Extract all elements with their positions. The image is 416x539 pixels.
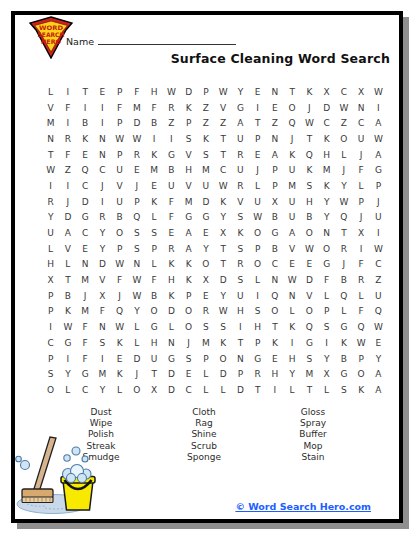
grid-cell: O xyxy=(146,304,163,320)
grid-cell: S xyxy=(215,319,232,335)
grid-cell: T xyxy=(215,241,232,257)
grid-cell: G xyxy=(146,319,163,335)
grid-cell: C xyxy=(94,162,111,178)
grid-cell: Y xyxy=(318,210,335,226)
grid-cell: P xyxy=(266,162,283,178)
grid-cell: G xyxy=(335,319,352,335)
grid-cell: Z xyxy=(59,162,76,178)
grid-cell: C xyxy=(180,382,197,398)
grid-cell: M xyxy=(128,100,145,116)
word-list-item: Gloss xyxy=(263,407,363,418)
grid-cell: P xyxy=(232,366,249,382)
grid-cell: O xyxy=(284,100,301,116)
grid-cell: K xyxy=(284,319,301,335)
grid-cell: M xyxy=(42,115,59,131)
grid-cell: P xyxy=(180,288,197,304)
grid-cell: U xyxy=(284,210,301,226)
grid-cell: D xyxy=(128,115,145,131)
grid-cell: E xyxy=(163,225,180,241)
word-list-column-3: GlossSprayBufferMopStain xyxy=(263,407,363,463)
word-list-item: Spray xyxy=(263,418,363,429)
grid-cell: E xyxy=(249,84,266,100)
grid-cell: K xyxy=(146,147,163,163)
grid-cell: K xyxy=(197,131,214,147)
grid-cell: W xyxy=(370,131,387,147)
grid-cell: D xyxy=(77,194,94,210)
grid-cell: D xyxy=(232,382,249,398)
grid-cell: N xyxy=(232,351,249,367)
grid-cell: C xyxy=(42,335,59,351)
grid-cell: L xyxy=(111,382,128,398)
grid-cell: S xyxy=(42,366,59,382)
name-label: Name xyxy=(66,36,94,47)
grid-cell: G xyxy=(301,335,318,351)
grid-cell: W xyxy=(335,100,352,116)
grid-cell: P xyxy=(353,194,370,210)
grid-cell: K xyxy=(111,335,128,351)
grid-cell: T xyxy=(249,115,266,131)
grid-cell: C xyxy=(77,225,94,241)
grid-cell: S xyxy=(146,225,163,241)
grid-cell: D xyxy=(163,382,180,398)
grid-cell: L xyxy=(128,335,145,351)
grid-cell: O xyxy=(180,319,197,335)
grid-cell: W xyxy=(215,84,232,100)
grid-cell: O xyxy=(111,225,128,241)
grid-cell: K xyxy=(163,257,180,273)
grid-cell: J xyxy=(111,288,128,304)
grid-cell: K xyxy=(335,335,352,351)
grid-cell: A xyxy=(370,382,387,398)
grid-cell: K xyxy=(180,257,197,273)
grid-cell: C xyxy=(318,115,335,131)
grid-cell: S xyxy=(197,147,214,163)
grid-cell: J xyxy=(94,178,111,194)
grid-cell: J xyxy=(370,194,387,210)
grid-cell: G xyxy=(370,162,387,178)
grid-cell: X xyxy=(94,288,111,304)
grid-cell: I xyxy=(94,115,111,131)
grid-cell: I xyxy=(77,100,94,116)
grid-cell: W xyxy=(249,210,266,226)
grid-cell: T xyxy=(215,131,232,147)
grid-cell: L xyxy=(146,257,163,273)
grid-cell: M xyxy=(94,366,111,382)
grid-cell: U xyxy=(370,210,387,226)
grid-cell: U xyxy=(370,288,387,304)
grid-cell: P xyxy=(249,335,266,351)
grid-cell: M xyxy=(197,335,214,351)
grid-cell: Y xyxy=(318,194,335,210)
grid-cell: N xyxy=(42,131,59,147)
grid-cell: T xyxy=(77,84,94,100)
grid-cell: L xyxy=(353,288,370,304)
grid-cell: X xyxy=(353,84,370,100)
grid-cell: B xyxy=(111,210,128,226)
grid-cell: W xyxy=(215,178,232,194)
grid-cell: T xyxy=(215,147,232,163)
grid-cell: T xyxy=(301,382,318,398)
grid-cell: E xyxy=(197,288,214,304)
grid-cell: Z xyxy=(215,115,232,131)
grid-cell: H xyxy=(232,304,249,320)
grid-cell: H xyxy=(146,84,163,100)
grid-cell: D xyxy=(197,194,214,210)
grid-cell: D xyxy=(94,257,111,273)
grid-cell: D xyxy=(128,351,145,367)
grid-cell: U xyxy=(232,288,249,304)
grid-cell: N xyxy=(128,257,145,273)
grid-cell: S xyxy=(180,131,197,147)
grid-cell: R xyxy=(59,131,76,147)
word-list-item: Scrub xyxy=(154,441,254,452)
grid-cell: U xyxy=(42,225,59,241)
grid-cell: Q xyxy=(77,162,94,178)
grid-cell: T xyxy=(59,272,76,288)
grid-cell: D xyxy=(215,272,232,288)
grid-cell: E xyxy=(197,225,214,241)
grid-cell: E xyxy=(146,178,163,194)
grid-cell: Y xyxy=(335,178,352,194)
grid-cell: I xyxy=(232,319,249,335)
grid-cell: L xyxy=(146,210,163,226)
grid-cell: P xyxy=(42,288,59,304)
grid-cell: D xyxy=(215,366,232,382)
grid-cell: P xyxy=(111,241,128,257)
grid-cell: X xyxy=(42,272,59,288)
grid-cell: N xyxy=(266,84,283,100)
grid-cell: S xyxy=(180,351,197,367)
grid-cell: I xyxy=(370,100,387,116)
word-list-item: Stain xyxy=(263,452,363,463)
grid-cell: V xyxy=(94,272,111,288)
grid-cell: R xyxy=(42,194,59,210)
grid-cell: A xyxy=(180,225,197,241)
grid-cell: F xyxy=(146,100,163,116)
grid-cell: J xyxy=(301,100,318,116)
grid-cell: J xyxy=(353,210,370,226)
grid-cell: Y xyxy=(197,241,214,257)
grid-cell: Y xyxy=(128,304,145,320)
grid-cell: R xyxy=(94,210,111,226)
grid-cell: B xyxy=(59,288,76,304)
grid-cell: Q xyxy=(335,288,352,304)
grid-cell: P xyxy=(42,351,59,367)
grid-cell: L xyxy=(163,319,180,335)
grid-cell: O xyxy=(249,225,266,241)
grid-cell: Y xyxy=(215,210,232,226)
grid-cell: Y xyxy=(370,351,387,367)
word-list-item: Dust xyxy=(51,407,151,418)
word-search-hero-link[interactable]: © Word Search Hero.com xyxy=(235,501,371,512)
grid-cell: C xyxy=(215,162,232,178)
grid-cell: P xyxy=(249,131,266,147)
word-list-item: Sponge xyxy=(154,452,254,463)
grid-cell: U xyxy=(353,131,370,147)
grid-cell: H xyxy=(301,194,318,210)
grid-cell: N xyxy=(94,131,111,147)
grid-cell: R xyxy=(232,147,249,163)
grid-cell: I xyxy=(146,131,163,147)
grid-cell: O xyxy=(128,382,145,398)
grid-cell: P xyxy=(370,178,387,194)
grid-cell: Z xyxy=(266,115,283,131)
grid-cell: I xyxy=(59,178,76,194)
grid-cell: W xyxy=(163,84,180,100)
grid-cell: R xyxy=(128,147,145,163)
grid-cell: W xyxy=(370,241,387,257)
grid-cell: K xyxy=(215,194,232,210)
grid-cell: J xyxy=(128,366,145,382)
grid-cell: J xyxy=(128,178,145,194)
grid-cell: L xyxy=(284,304,301,320)
broom-handle xyxy=(33,437,56,492)
grid-cell: K xyxy=(146,194,163,210)
word-list-item: Buffer xyxy=(263,429,363,440)
grid-cell: L xyxy=(249,178,266,194)
grid-cell: L xyxy=(335,147,352,163)
grid-cell: H xyxy=(266,366,283,382)
grid-cell: I xyxy=(94,194,111,210)
grid-cell: E xyxy=(111,351,128,367)
grid-cell: L xyxy=(318,288,335,304)
grid-cell: X xyxy=(146,382,163,398)
grid-cell: V xyxy=(180,178,197,194)
grid-cell: W xyxy=(42,162,59,178)
grid-cell: W xyxy=(301,241,318,257)
grid-cell: S xyxy=(318,319,335,335)
grid-cell: Q xyxy=(128,210,145,226)
word-list-item: Cloth xyxy=(154,407,254,418)
grid-cell: D xyxy=(180,84,197,100)
grid-cell: N xyxy=(163,335,180,351)
grid-cell: B xyxy=(266,210,283,226)
grid-cell: W xyxy=(128,131,145,147)
worksheet-page: WORD SEARCH HERO Name Surface Cleaning W… xyxy=(11,11,403,523)
grid-cell: U xyxy=(163,178,180,194)
grid-cell: M xyxy=(180,194,197,210)
grid-cell: F xyxy=(163,210,180,226)
grid-cell: W xyxy=(215,304,232,320)
grid-cell: Q xyxy=(284,115,301,131)
grid-cell: W xyxy=(128,288,145,304)
grid-cell: I xyxy=(59,351,76,367)
grid-cell: M xyxy=(77,304,94,320)
grid-cell: M xyxy=(318,162,335,178)
grid-cell: B xyxy=(146,115,163,131)
grid-cell: X xyxy=(353,225,370,241)
grid-cell: O xyxy=(215,351,232,367)
grid-cell: Q xyxy=(266,288,283,304)
grid-cell: P xyxy=(111,84,128,100)
grid-cell: F xyxy=(59,147,76,163)
grid-cell: X xyxy=(318,366,335,382)
grid-cell: S xyxy=(128,225,145,241)
grid-cell: R xyxy=(353,272,370,288)
grid-cell: H xyxy=(163,272,180,288)
grid-cell: W xyxy=(301,115,318,131)
word-grid: LITEPFHWDPWYENTKXCXWVFIIFMFRKZVGIEOJDWNI… xyxy=(42,84,387,398)
grid-cell: P xyxy=(197,351,214,367)
grid-cell: K xyxy=(301,84,318,100)
grid-cell: P xyxy=(42,304,59,320)
grid-cell: I xyxy=(284,335,301,351)
grid-cell: E xyxy=(370,335,387,351)
grid-cell: T xyxy=(215,257,232,273)
grid-cell: O xyxy=(318,241,335,257)
grid-cell: L xyxy=(128,319,145,335)
grid-cell: K xyxy=(353,382,370,398)
grid-cell: Y xyxy=(94,225,111,241)
grid-cell: F xyxy=(111,272,128,288)
grid-cell: E xyxy=(180,366,197,382)
grid-cell: L xyxy=(215,382,232,398)
grid-cell: H xyxy=(146,335,163,351)
grid-cell: V xyxy=(232,194,249,210)
grid-cell: F xyxy=(353,304,370,320)
grid-cell: R xyxy=(249,366,266,382)
grid-cell: D xyxy=(301,272,318,288)
name-blank-line xyxy=(98,34,236,45)
grid-cell: O xyxy=(301,225,318,241)
grid-cell: O xyxy=(42,382,59,398)
grid-cell: W xyxy=(111,131,128,147)
grid-cell: J xyxy=(284,131,301,147)
grid-cell: Y xyxy=(215,288,232,304)
grid-cell: N xyxy=(77,257,94,273)
grid-cell: J xyxy=(77,288,94,304)
grid-cell: U xyxy=(284,162,301,178)
grid-cell: T xyxy=(301,131,318,147)
grid-cell: O xyxy=(197,257,214,273)
grid-cell: K xyxy=(318,178,335,194)
grid-cell: B xyxy=(335,351,352,367)
grid-cell: U xyxy=(232,162,249,178)
grid-cell: W xyxy=(370,84,387,100)
grid-cell: S xyxy=(249,304,266,320)
grid-cell: W xyxy=(111,319,128,335)
grid-cell: E xyxy=(77,241,94,257)
grid-cell: K xyxy=(266,335,283,351)
grid-cell: W xyxy=(128,272,145,288)
grid-cell: D xyxy=(59,210,76,226)
grid-cell: L xyxy=(197,382,214,398)
grid-cell: Z xyxy=(197,100,214,116)
grid-cell: V xyxy=(180,147,197,163)
grid-cell: S xyxy=(335,382,352,398)
grid-cell: W xyxy=(370,319,387,335)
grid-cell: L xyxy=(59,257,76,273)
grid-cell: T xyxy=(42,147,59,163)
word-list-item: Shine xyxy=(154,429,254,440)
grid-cell: U xyxy=(249,194,266,210)
grid-cell: N xyxy=(94,319,111,335)
grid-cell: G xyxy=(335,366,352,382)
grid-cell: B xyxy=(335,272,352,288)
grid-cell: N xyxy=(266,131,283,147)
grid-cell: I xyxy=(249,288,266,304)
grid-cell: R xyxy=(232,178,249,194)
grid-cell: F xyxy=(77,335,94,351)
grid-cell: M xyxy=(197,162,214,178)
grid-cell: Y xyxy=(318,351,335,367)
grid-cell: T xyxy=(335,225,352,241)
grid-cell: P xyxy=(266,178,283,194)
grid-cell: I xyxy=(353,241,370,257)
grid-cell: O xyxy=(266,304,283,320)
grid-cell: Z xyxy=(370,272,387,288)
grid-cell: Q xyxy=(353,319,370,335)
grid-cell: E xyxy=(77,147,94,163)
grid-cell: T xyxy=(232,335,249,351)
grid-cell: J xyxy=(180,335,197,351)
grid-cell: Q xyxy=(370,304,387,320)
grid-cell: Y xyxy=(232,84,249,100)
word-list-item: Wipe xyxy=(51,418,151,429)
logo-hero-line: HERO xyxy=(41,38,61,45)
grid-cell: E xyxy=(128,162,145,178)
grid-cell: M xyxy=(77,272,94,288)
grid-cell: A xyxy=(370,147,387,163)
grid-cell: I xyxy=(42,319,59,335)
grid-cell: K xyxy=(180,272,197,288)
grid-cell: Q xyxy=(301,319,318,335)
grid-cell: S xyxy=(128,241,145,257)
logo-search-line: SEARCH xyxy=(38,31,65,38)
grid-cell: S xyxy=(232,272,249,288)
grid-cell: B xyxy=(77,115,94,131)
grid-cell: F xyxy=(94,304,111,320)
grid-cell: D xyxy=(163,366,180,382)
grid-cell: G xyxy=(59,335,76,351)
grid-cell: L xyxy=(42,241,59,257)
grid-cell: V xyxy=(301,288,318,304)
grid-cell: K xyxy=(77,131,94,147)
grid-cell: S xyxy=(301,351,318,367)
grid-cell: Y xyxy=(94,382,111,398)
grid-cell: O xyxy=(353,366,370,382)
grid-cell: P xyxy=(249,241,266,257)
grid-cell: I xyxy=(59,115,76,131)
grid-cell: K xyxy=(59,304,76,320)
grid-cell: W xyxy=(59,319,76,335)
grid-cell: S xyxy=(232,210,249,226)
grid-cell: F xyxy=(353,257,370,273)
grid-cell: P xyxy=(146,241,163,257)
grid-cell: W xyxy=(111,257,128,273)
grid-cell: K xyxy=(215,335,232,351)
grid-cell: V xyxy=(111,178,128,194)
grid-cell: T xyxy=(249,382,266,398)
grid-cell: I xyxy=(318,335,335,351)
page-title: Surface Cleaning Word Search xyxy=(171,51,390,66)
grid-cell: E xyxy=(94,84,111,100)
grid-cell: P xyxy=(180,115,197,131)
grid-cell: I xyxy=(249,100,266,116)
grid-cell: P xyxy=(111,115,128,131)
grid-cell: P xyxy=(318,304,335,320)
grid-cell: S xyxy=(94,335,111,351)
grid-cell: F xyxy=(77,319,94,335)
grid-cell: L xyxy=(318,382,335,398)
grid-cell: O xyxy=(180,304,197,320)
grid-cell: Z xyxy=(335,115,352,131)
grid-cell: E xyxy=(249,147,266,163)
grid-cell: G xyxy=(163,351,180,367)
grid-cell: I xyxy=(266,382,283,398)
grid-cell: Z xyxy=(197,115,214,131)
grid-cell: U xyxy=(111,162,128,178)
